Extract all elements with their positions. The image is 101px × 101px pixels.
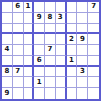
cell-r2c1[interactable] [2,13,13,24]
cell-r9c1[interactable]: 9 [2,88,13,99]
cell-r6c1[interactable] [2,56,13,67]
cell-r3c3[interactable] [24,24,35,35]
cell-r5c5[interactable]: 7 [45,45,56,56]
cell-r5c6[interactable] [56,45,67,56]
cell-r3c9[interactable] [88,24,99,35]
cell-r2c6[interactable]: 3 [56,13,67,24]
sudoku-board: 61798329476187319 [0,0,101,101]
cell-r9c7[interactable] [67,88,78,99]
cell-r8c5[interactable] [45,77,56,88]
cell-r8c2[interactable] [13,77,24,88]
cell-r4c5[interactable] [45,34,56,45]
cell-r4c9[interactable] [88,34,99,45]
cell-r3c6[interactable] [56,24,67,35]
cell-r5c9[interactable] [88,45,99,56]
cell-r3c1[interactable] [2,24,13,35]
cell-r1c4[interactable] [34,2,45,13]
cell-r8c4[interactable]: 1 [34,77,45,88]
cell-r9c6[interactable] [56,88,67,99]
cell-r5c2[interactable] [13,45,24,56]
cell-r3c8[interactable] [77,24,88,35]
cell-r9c9[interactable] [88,88,99,99]
cell-r7c5[interactable] [45,67,56,78]
cell-r1c3[interactable]: 1 [24,2,35,13]
cell-r7c9[interactable] [88,67,99,78]
cell-r6c7[interactable]: 1 [67,56,78,67]
cell-r5c4[interactable] [34,45,45,56]
cell-r1c9[interactable]: 7 [88,2,99,13]
cell-r3c4[interactable] [34,24,45,35]
cell-r2c5[interactable]: 8 [45,13,56,24]
cell-r4c3[interactable] [24,34,35,45]
cell-r2c9[interactable] [88,13,99,24]
cell-r1c2[interactable]: 6 [13,2,24,13]
cell-r5c8[interactable] [77,45,88,56]
cell-r6c6[interactable] [56,56,67,67]
cell-r2c7[interactable] [67,13,78,24]
cell-r6c2[interactable] [13,56,24,67]
cell-r6c8[interactable] [77,56,88,67]
cell-r2c2[interactable] [13,13,24,24]
cell-r4c7[interactable]: 2 [67,34,78,45]
cell-r4c8[interactable]: 9 [77,34,88,45]
cell-r4c6[interactable] [56,34,67,45]
cell-r3c5[interactable] [45,24,56,35]
cell-r3c2[interactable] [13,24,24,35]
cell-r8c1[interactable] [2,77,13,88]
cell-r5c3[interactable] [24,45,35,56]
cell-r7c8[interactable]: 3 [77,67,88,78]
cell-r4c4[interactable] [34,34,45,45]
cell-r2c8[interactable] [77,13,88,24]
cell-r7c7[interactable] [67,67,78,78]
cell-r2c3[interactable] [24,13,35,24]
cell-r4c2[interactable] [13,34,24,45]
cell-r7c2[interactable]: 7 [13,67,24,78]
cell-r8c8[interactable] [77,77,88,88]
cell-r6c5[interactable] [45,56,56,67]
cell-r7c6[interactable] [56,67,67,78]
cell-r1c7[interactable] [67,2,78,13]
cell-r9c8[interactable] [77,88,88,99]
cell-r9c2[interactable] [13,88,24,99]
cell-r8c7[interactable] [67,77,78,88]
cell-r3c7[interactable] [67,24,78,35]
cell-r6c4[interactable]: 6 [34,56,45,67]
cell-r8c3[interactable] [24,77,35,88]
cell-r1c5[interactable] [45,2,56,13]
cell-r1c8[interactable] [77,2,88,13]
cell-r1c6[interactable] [56,2,67,13]
cell-r8c9[interactable] [88,77,99,88]
cell-r2c4[interactable]: 9 [34,13,45,24]
cell-r7c1[interactable]: 8 [2,67,13,78]
cell-r4c1[interactable] [2,34,13,45]
cell-r8c6[interactable] [56,77,67,88]
cell-r5c1[interactable]: 4 [2,45,13,56]
cell-r1c1[interactable] [2,2,13,13]
cell-r9c3[interactable] [24,88,35,99]
cell-r6c3[interactable] [24,56,35,67]
cell-r7c3[interactable] [24,67,35,78]
cell-r9c4[interactable] [34,88,45,99]
cell-r9c5[interactable] [45,88,56,99]
cell-r5c7[interactable] [67,45,78,56]
cell-r6c9[interactable] [88,56,99,67]
cell-r7c4[interactable] [34,67,45,78]
